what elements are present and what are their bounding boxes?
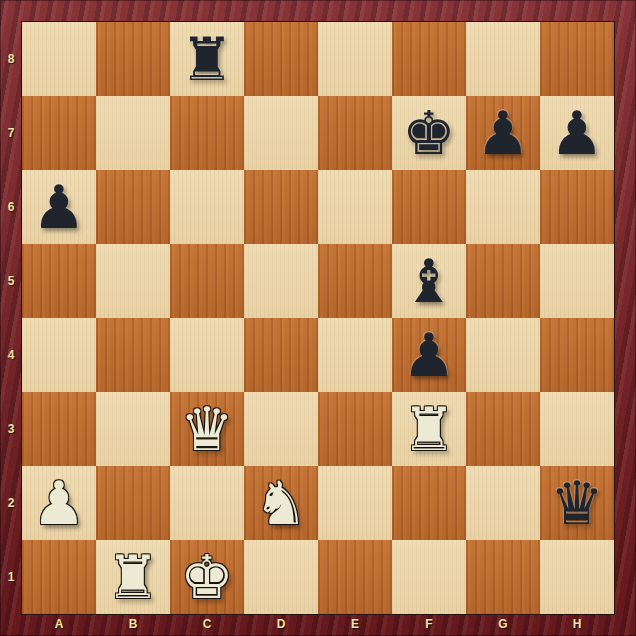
- rank-label-3: 3: [0, 392, 22, 466]
- rank-label-2: 2: [0, 466, 22, 540]
- black-pawn-f4[interactable]: ♟: [392, 318, 466, 392]
- square-b7[interactable]: [96, 96, 170, 170]
- square-d1[interactable]: [244, 540, 318, 614]
- square-g4[interactable]: [466, 318, 540, 392]
- square-a4[interactable]: [22, 318, 96, 392]
- chess-board: ♜♚♟♟♟♝♟♛♜♟♞♛♜♚: [22, 22, 614, 614]
- square-c6[interactable]: [170, 170, 244, 244]
- square-f3[interactable]: ♜: [392, 392, 466, 466]
- square-f2[interactable]: [392, 466, 466, 540]
- square-f7[interactable]: ♚: [392, 96, 466, 170]
- black-pawn-h7[interactable]: ♟: [540, 96, 614, 170]
- square-g5[interactable]: [466, 244, 540, 318]
- square-a7[interactable]: [22, 96, 96, 170]
- square-e2[interactable]: [318, 466, 392, 540]
- square-h1[interactable]: [540, 540, 614, 614]
- square-b4[interactable]: [96, 318, 170, 392]
- white-king-c1[interactable]: ♚: [170, 540, 244, 614]
- white-knight-d2[interactable]: ♞: [244, 466, 318, 540]
- square-b3[interactable]: [96, 392, 170, 466]
- file-label-d: D: [244, 613, 318, 635]
- square-b2[interactable]: [96, 466, 170, 540]
- black-pawn-a6[interactable]: ♟: [22, 170, 96, 244]
- black-rook-c8[interactable]: ♜: [170, 22, 244, 96]
- square-b5[interactable]: [96, 244, 170, 318]
- square-b1[interactable]: ♜: [96, 540, 170, 614]
- rank-label-6: 6: [0, 170, 22, 244]
- file-label-c: C: [170, 613, 244, 635]
- square-g8[interactable]: [466, 22, 540, 96]
- square-d8[interactable]: [244, 22, 318, 96]
- square-b6[interactable]: [96, 170, 170, 244]
- square-d4[interactable]: [244, 318, 318, 392]
- square-e1[interactable]: [318, 540, 392, 614]
- square-d6[interactable]: [244, 170, 318, 244]
- white-rook-f3[interactable]: ♜: [392, 392, 466, 466]
- square-e7[interactable]: [318, 96, 392, 170]
- square-f6[interactable]: [392, 170, 466, 244]
- square-g1[interactable]: [466, 540, 540, 614]
- square-a6[interactable]: ♟: [22, 170, 96, 244]
- square-c5[interactable]: [170, 244, 244, 318]
- square-h3[interactable]: [540, 392, 614, 466]
- square-e8[interactable]: [318, 22, 392, 96]
- black-pawn-g7[interactable]: ♟: [466, 96, 540, 170]
- rank-label-5: 5: [0, 244, 22, 318]
- square-f4[interactable]: ♟: [392, 318, 466, 392]
- square-c1[interactable]: ♚: [170, 540, 244, 614]
- square-h2[interactable]: ♛: [540, 466, 614, 540]
- square-f5[interactable]: ♝: [392, 244, 466, 318]
- square-a1[interactable]: [22, 540, 96, 614]
- square-c7[interactable]: [170, 96, 244, 170]
- square-c3[interactable]: ♛: [170, 392, 244, 466]
- square-d2[interactable]: ♞: [244, 466, 318, 540]
- black-bishop-f5[interactable]: ♝: [392, 244, 466, 318]
- square-c4[interactable]: [170, 318, 244, 392]
- file-label-h: H: [540, 613, 614, 635]
- square-f8[interactable]: [392, 22, 466, 96]
- square-a2[interactable]: ♟: [22, 466, 96, 540]
- square-e4[interactable]: [318, 318, 392, 392]
- square-d3[interactable]: [244, 392, 318, 466]
- square-h4[interactable]: [540, 318, 614, 392]
- square-h6[interactable]: [540, 170, 614, 244]
- square-a8[interactable]: [22, 22, 96, 96]
- square-b8[interactable]: [96, 22, 170, 96]
- black-queen-h2[interactable]: ♛: [540, 466, 614, 540]
- board-frame: ♜♚♟♟♟♝♟♛♜♟♞♛♜♚ 87654321ABCDEFGH: [0, 0, 636, 636]
- square-h8[interactable]: [540, 22, 614, 96]
- square-c8[interactable]: ♜: [170, 22, 244, 96]
- file-label-g: G: [466, 613, 540, 635]
- square-a5[interactable]: [22, 244, 96, 318]
- square-a3[interactable]: [22, 392, 96, 466]
- rank-label-8: 8: [0, 22, 22, 96]
- rank-label-4: 4: [0, 318, 22, 392]
- black-king-f7[interactable]: ♚: [392, 96, 466, 170]
- file-label-e: E: [318, 613, 392, 635]
- square-h5[interactable]: [540, 244, 614, 318]
- square-c2[interactable]: [170, 466, 244, 540]
- rank-label-7: 7: [0, 96, 22, 170]
- square-e3[interactable]: [318, 392, 392, 466]
- square-d7[interactable]: [244, 96, 318, 170]
- white-rook-b1[interactable]: ♜: [96, 540, 170, 614]
- rank-label-1: 1: [0, 540, 22, 614]
- square-d5[interactable]: [244, 244, 318, 318]
- square-f1[interactable]: [392, 540, 466, 614]
- square-g2[interactable]: [466, 466, 540, 540]
- square-h7[interactable]: ♟: [540, 96, 614, 170]
- square-e6[interactable]: [318, 170, 392, 244]
- white-pawn-a2[interactable]: ♟: [22, 466, 96, 540]
- file-label-a: A: [22, 613, 96, 635]
- file-label-f: F: [392, 613, 466, 635]
- file-label-b: B: [96, 613, 170, 635]
- square-e5[interactable]: [318, 244, 392, 318]
- square-g3[interactable]: [466, 392, 540, 466]
- white-queen-c3[interactable]: ♛: [170, 392, 244, 466]
- square-g7[interactable]: ♟: [466, 96, 540, 170]
- square-g6[interactable]: [466, 170, 540, 244]
